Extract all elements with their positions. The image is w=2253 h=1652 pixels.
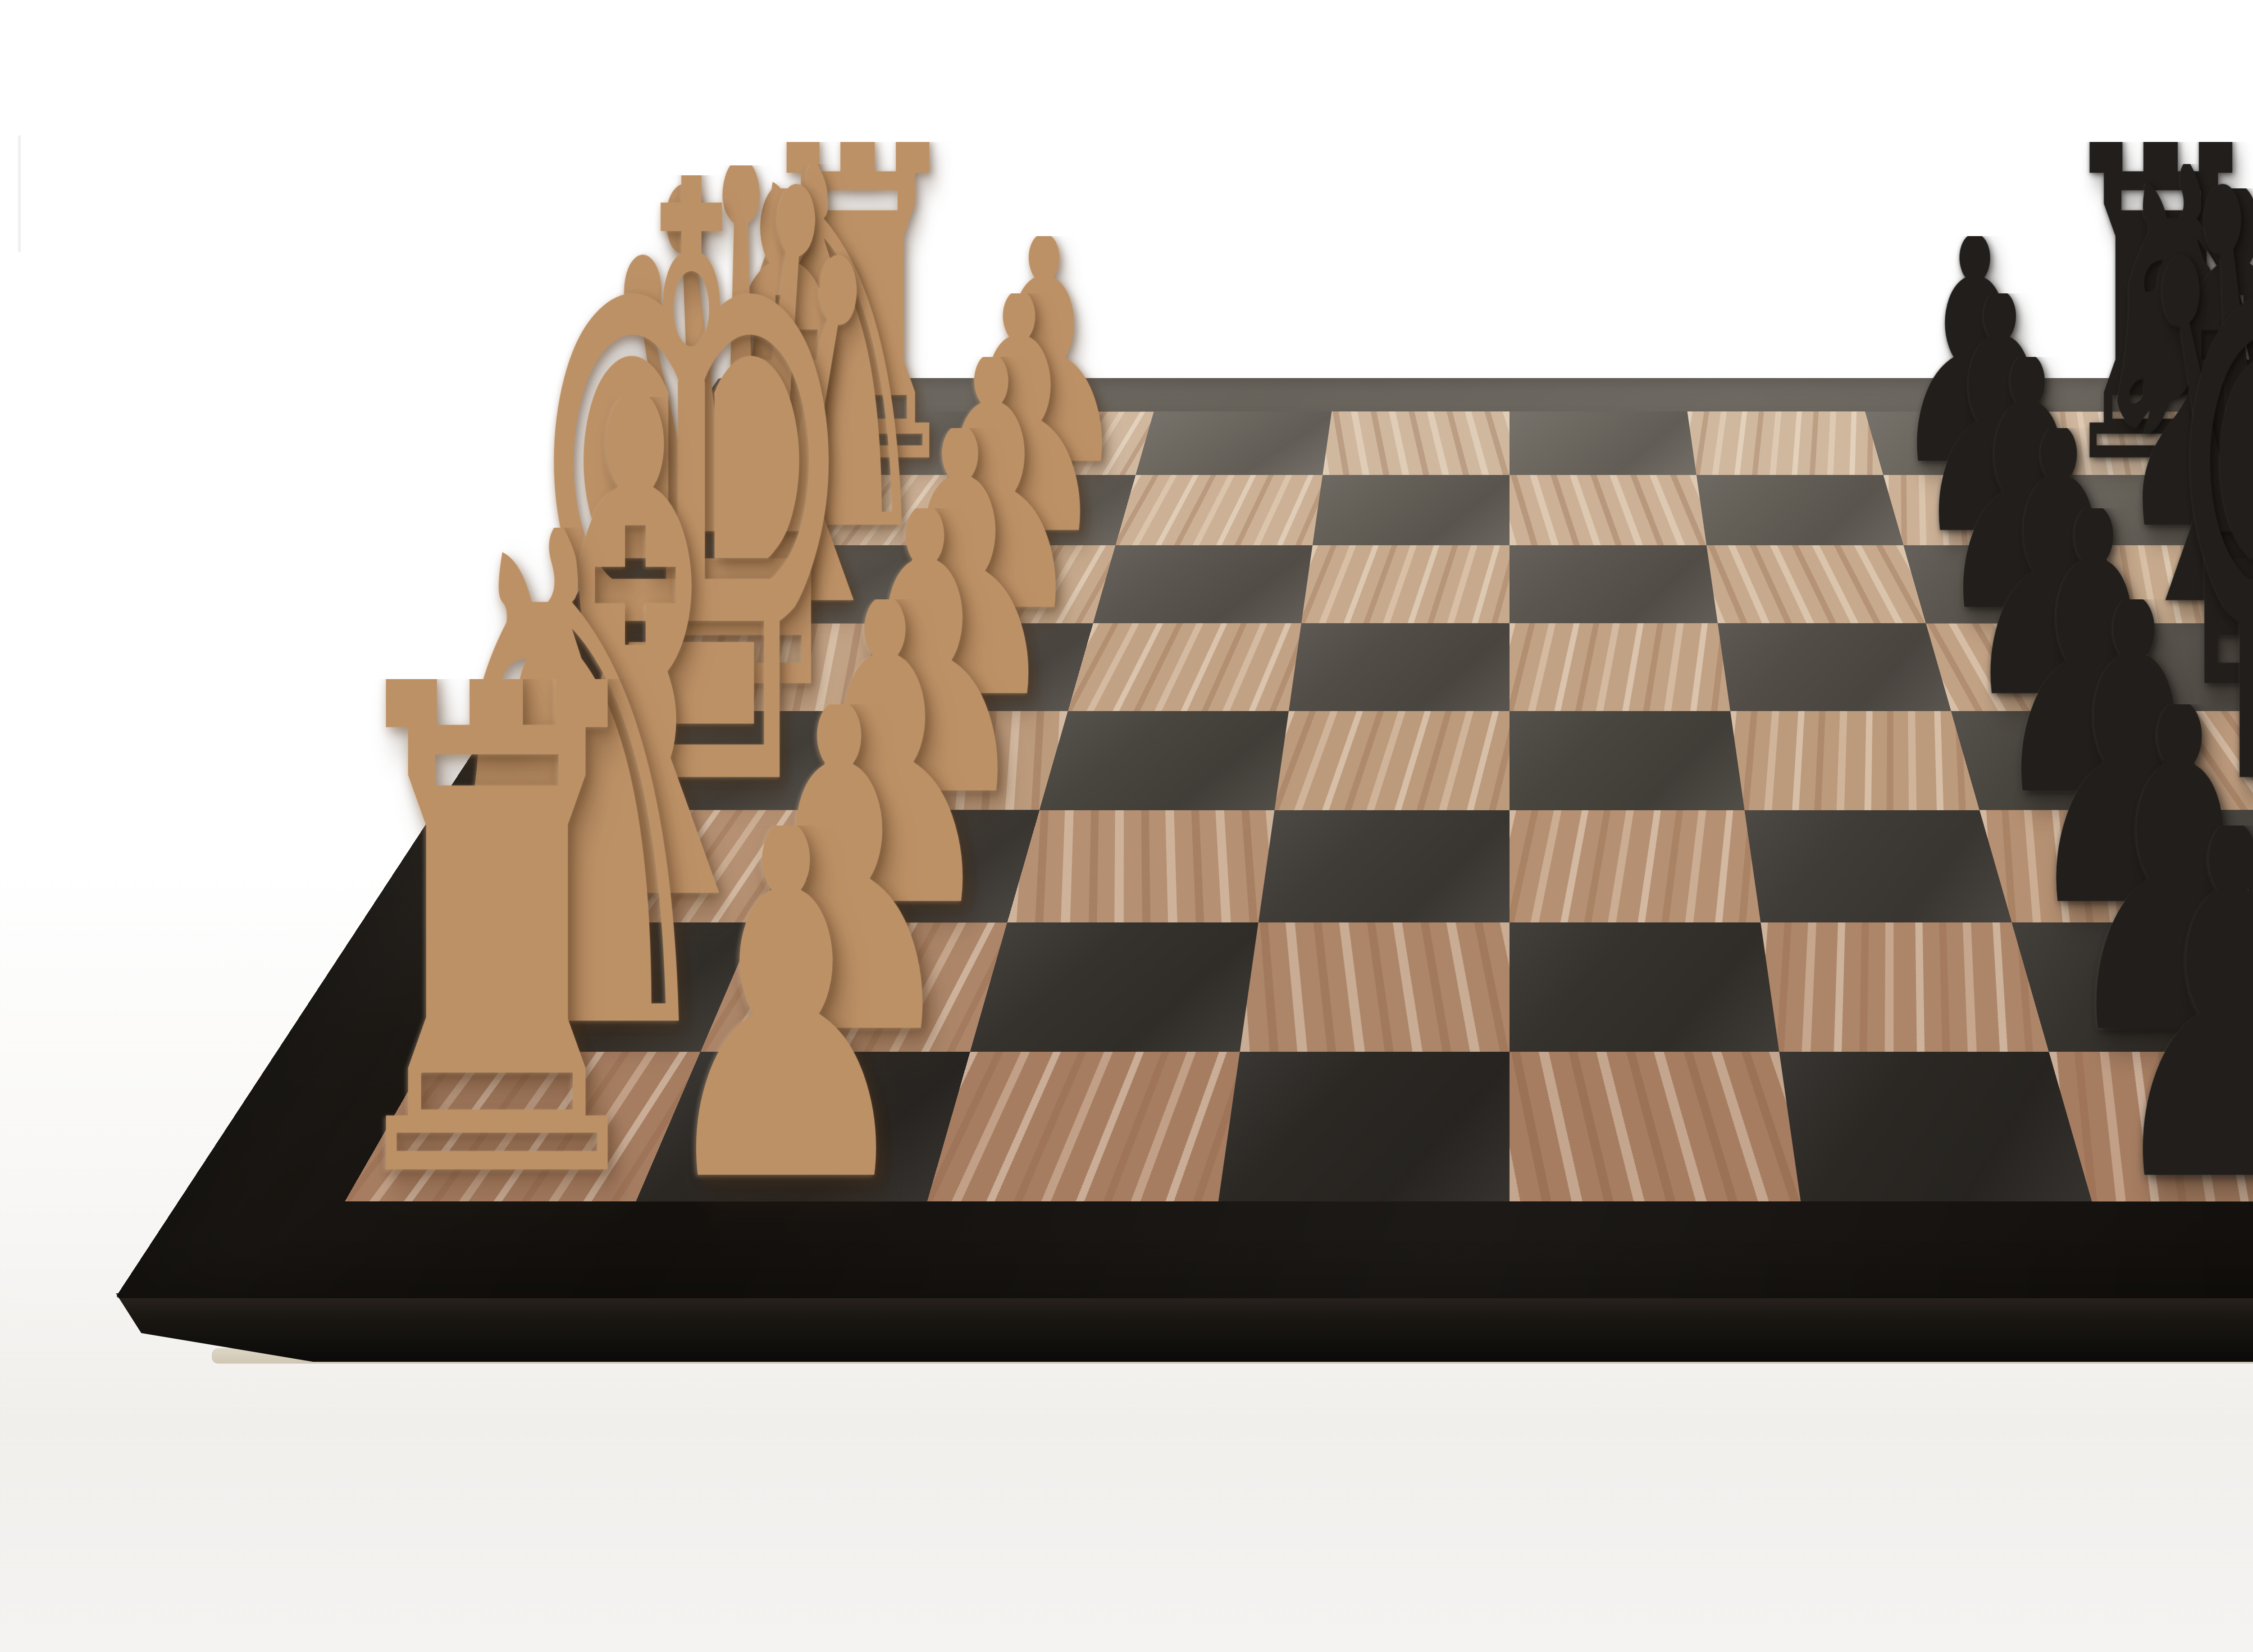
square-a4 <box>1323 411 1510 475</box>
square-e3 <box>1040 711 1289 810</box>
backdrop-seam <box>18 135 21 252</box>
square-e4 <box>1274 711 1510 810</box>
white-pawn-h2: ♟ <box>652 826 921 1189</box>
square-b6 <box>1697 475 1904 545</box>
square-h1: ♜ <box>345 1052 700 1201</box>
black-pawn-h7: ♟ <box>2098 826 2253 1189</box>
square-a5 <box>1510 411 1697 475</box>
square-b5 <box>1510 475 1706 545</box>
square-e5 <box>1510 711 1745 810</box>
square-e6 <box>1730 711 1979 810</box>
square-c5 <box>1510 545 1718 624</box>
square-h6 <box>1779 1052 2092 1201</box>
square-d6 <box>1718 623 1951 711</box>
square-d5 <box>1510 623 1730 711</box>
white-rook-h1: ♜ <box>320 680 674 1189</box>
square-a3 <box>1136 411 1332 475</box>
chessboard: ♜♟♟♜♞♟♟♞♝♟♟♝♛♟♟♛♚♟♟♚♝♟♟♝♞♟♟♞♜♟♟♜ <box>115 378 2253 1298</box>
square-b4 <box>1313 475 1510 545</box>
square-g3 <box>970 922 1259 1052</box>
square-g6 <box>1760 922 2049 1052</box>
chessboard-3d-scene: ♜♟♟♜♞♟♟♞♝♟♟♝♛♟♟♛♚♟♟♚♝♟♟♝♞♟♟♞♜♟♟♜ <box>115 378 2253 1298</box>
square-b3 <box>1116 475 1323 545</box>
square-d3 <box>1068 623 1301 711</box>
square-c3 <box>1093 545 1313 624</box>
square-c4 <box>1301 545 1510 624</box>
square-a6 <box>1687 411 1884 475</box>
square-h4 <box>1218 1052 1510 1201</box>
square-d4 <box>1289 623 1510 711</box>
square-f3 <box>1007 810 1274 923</box>
square-f6 <box>1745 810 2012 923</box>
square-g4 <box>1240 922 1510 1052</box>
square-h2: ♟ <box>636 1052 970 1201</box>
square-f5 <box>1510 810 1760 923</box>
square-g5 <box>1510 922 1779 1052</box>
square-h7: ♟ <box>2049 1052 2253 1201</box>
square-c6 <box>1706 545 1926 624</box>
square-h5 <box>1510 1052 1801 1201</box>
square-f4 <box>1259 810 1510 923</box>
square-h3 <box>927 1052 1240 1201</box>
board-squares: ♜♟♟♜♞♟♟♞♝♟♟♝♛♟♟♛♚♟♟♚♝♟♟♝♞♟♟♞♜♟♟♜ <box>345 411 2253 1201</box>
product-photo-backdrop: ♜♟♟♜♞♟♟♞♝♟♟♝♛♟♟♛♚♟♟♚♝♟♟♝♞♟♟♞♜♟♟♜ <box>0 0 2253 1652</box>
